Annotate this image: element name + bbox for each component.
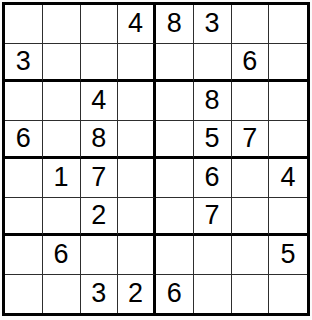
cell-r8c5-given: 6: [156, 275, 194, 314]
cell-r8c4-given: 2: [118, 275, 156, 314]
cell-r7c2-given: 6: [43, 236, 81, 275]
cell-r7c6-empty[interactable]: [194, 236, 232, 275]
cell-r3c5-empty[interactable]: [156, 82, 194, 121]
cell-r4c7-given: 7: [232, 121, 270, 160]
cell-r2c1-given: 3: [5, 44, 43, 83]
cell-r1c6-given: 3: [194, 5, 232, 44]
page: 4833648685717642765326: [0, 0, 312, 320]
cell-r4c2-empty[interactable]: [43, 121, 81, 160]
cell-r2c8-empty[interactable]: [269, 44, 307, 83]
sudoku-board: 4833648685717642765326: [2, 2, 310, 316]
cell-r3c8-empty[interactable]: [269, 82, 307, 121]
cell-r5c3-given: 7: [81, 159, 119, 198]
cell-r7c7-empty[interactable]: [232, 236, 270, 275]
cell-r4c4-empty[interactable]: [118, 121, 156, 160]
cell-r5c5-empty[interactable]: [156, 159, 194, 198]
cell-r4c8-empty[interactable]: [269, 121, 307, 160]
cell-r5c4-empty[interactable]: [118, 159, 156, 198]
cell-r3c2-empty[interactable]: [43, 82, 81, 121]
cell-r2c3-empty[interactable]: [81, 44, 119, 83]
cell-r8c7-empty[interactable]: [232, 275, 270, 314]
cell-r1c5-given: 8: [156, 5, 194, 44]
cell-r5c7-empty[interactable]: [232, 159, 270, 198]
cell-r2c5-empty[interactable]: [156, 44, 194, 83]
cell-r8c8-empty[interactable]: [269, 275, 307, 314]
cell-r5c1-empty[interactable]: [5, 159, 43, 198]
cell-r6c8-empty[interactable]: [269, 198, 307, 237]
cell-r5c6-given: 6: [194, 159, 232, 198]
cell-r3c7-empty[interactable]: [232, 82, 270, 121]
cell-r6c5-empty[interactable]: [156, 198, 194, 237]
cell-r2c2-empty[interactable]: [43, 44, 81, 83]
cell-r4c1-given: 6: [5, 121, 43, 160]
cell-r1c1-empty[interactable]: [5, 5, 43, 44]
cell-r8c2-empty[interactable]: [43, 275, 81, 314]
cell-r3c6-given: 8: [194, 82, 232, 121]
cell-r4c3-given: 8: [81, 121, 119, 160]
cell-r7c1-empty[interactable]: [5, 236, 43, 275]
cell-r3c3-given: 4: [81, 82, 119, 121]
cell-r4c6-given: 5: [194, 121, 232, 160]
cell-r6c4-empty[interactable]: [118, 198, 156, 237]
cell-r2c7-given: 6: [232, 44, 270, 83]
cell-r2c4-empty[interactable]: [118, 44, 156, 83]
cell-r8c6-empty[interactable]: [194, 275, 232, 314]
cell-r4c5-empty[interactable]: [156, 121, 194, 160]
cell-r8c1-empty[interactable]: [5, 275, 43, 314]
cell-r7c4-empty[interactable]: [118, 236, 156, 275]
cell-r7c3-empty[interactable]: [81, 236, 119, 275]
cell-r3c1-empty[interactable]: [5, 82, 43, 121]
cell-r7c8-given: 5: [269, 236, 307, 275]
cell-r2c6-empty[interactable]: [194, 44, 232, 83]
cell-r1c3-empty[interactable]: [81, 5, 119, 44]
cell-r6c1-empty[interactable]: [5, 198, 43, 237]
cell-r1c7-empty[interactable]: [232, 5, 270, 44]
cell-r1c8-empty[interactable]: [269, 5, 307, 44]
cell-r1c4-given: 4: [118, 5, 156, 44]
cell-r8c3-given: 3: [81, 275, 119, 314]
cell-r3c4-empty[interactable]: [118, 82, 156, 121]
cell-r5c8-given: 4: [269, 159, 307, 198]
cell-r7c5-empty[interactable]: [156, 236, 194, 275]
cell-r6c3-given: 2: [81, 198, 119, 237]
cell-r5c2-given: 1: [43, 159, 81, 198]
cell-r6c6-given: 7: [194, 198, 232, 237]
cell-r6c7-empty[interactable]: [232, 198, 270, 237]
cell-r6c2-empty[interactable]: [43, 198, 81, 237]
cell-r1c2-empty[interactable]: [43, 5, 81, 44]
